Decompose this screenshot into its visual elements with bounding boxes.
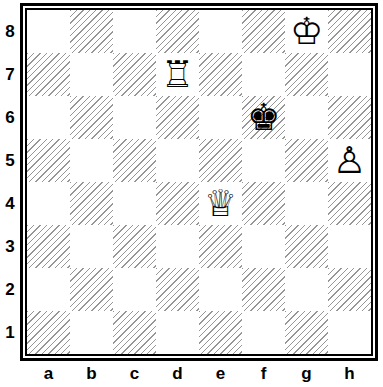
square-h8[interactable]: [328, 10, 371, 53]
square-h1[interactable]: [328, 311, 371, 354]
square-e5[interactable]: [199, 139, 242, 182]
square-g6[interactable]: [285, 96, 328, 139]
file-label-e: e: [199, 361, 242, 387]
file-labels: abcdefgh: [20, 361, 371, 387]
square-h5[interactable]: ♙: [328, 139, 371, 182]
file-label-b: b: [70, 361, 113, 387]
square-d1[interactable]: [156, 311, 199, 354]
square-g7[interactable]: [285, 53, 328, 96]
square-a7[interactable]: [27, 53, 70, 96]
file-label-h: h: [328, 361, 371, 387]
square-e6[interactable]: [199, 96, 242, 139]
square-g4[interactable]: [285, 182, 328, 225]
white-king-g8: ♔: [290, 10, 323, 53]
file-label-a: a: [27, 361, 70, 387]
square-c6[interactable]: [113, 96, 156, 139]
rank-label-1: 1: [0, 311, 20, 354]
square-f6[interactable]: ♚: [242, 96, 285, 139]
square-e7[interactable]: [199, 53, 242, 96]
square-h6[interactable]: [328, 96, 371, 139]
square-f4[interactable]: [242, 182, 285, 225]
rank-label-3: 3: [0, 225, 20, 268]
square-f3[interactable]: [242, 225, 285, 268]
board-frame: ♔♖♚♙♕: [20, 3, 378, 361]
square-a3[interactable]: [27, 225, 70, 268]
file-label-f: f: [242, 361, 285, 387]
white-queen-e4: ♕: [204, 182, 237, 225]
square-c7[interactable]: [113, 53, 156, 96]
square-d6[interactable]: [156, 96, 199, 139]
square-c1[interactable]: [113, 311, 156, 354]
rank-label-8: 8: [0, 10, 20, 53]
square-f2[interactable]: [242, 268, 285, 311]
square-b1[interactable]: [70, 311, 113, 354]
rank-label-6: 6: [0, 96, 20, 139]
square-f7[interactable]: [242, 53, 285, 96]
square-b5[interactable]: [70, 139, 113, 182]
rank-labels: 87654321: [0, 3, 20, 354]
square-a8[interactable]: [27, 10, 70, 53]
square-c5[interactable]: [113, 139, 156, 182]
square-e8[interactable]: [199, 10, 242, 53]
square-f8[interactable]: [242, 10, 285, 53]
white-rook-d7: ♖: [161, 53, 194, 96]
file-label-c: c: [113, 361, 156, 387]
square-d8[interactable]: [156, 10, 199, 53]
square-b7[interactable]: [70, 53, 113, 96]
square-c4[interactable]: [113, 182, 156, 225]
square-d2[interactable]: [156, 268, 199, 311]
square-f1[interactable]: [242, 311, 285, 354]
square-c8[interactable]: [113, 10, 156, 53]
square-h4[interactable]: [328, 182, 371, 225]
white-pawn-h5: ♙: [333, 139, 366, 182]
square-b2[interactable]: [70, 268, 113, 311]
square-c3[interactable]: [113, 225, 156, 268]
square-g3[interactable]: [285, 225, 328, 268]
square-h2[interactable]: [328, 268, 371, 311]
square-a6[interactable]: [27, 96, 70, 139]
rank-label-7: 7: [0, 53, 20, 96]
square-b3[interactable]: [70, 225, 113, 268]
square-e1[interactable]: [199, 311, 242, 354]
square-b4[interactable]: [70, 182, 113, 225]
file-label-g: g: [285, 361, 328, 387]
square-a5[interactable]: [27, 139, 70, 182]
square-g1[interactable]: [285, 311, 328, 354]
square-a2[interactable]: [27, 268, 70, 311]
square-c2[interactable]: [113, 268, 156, 311]
square-a4[interactable]: [27, 182, 70, 225]
file-label-d: d: [156, 361, 199, 387]
chess-diagram: 87654321 ♔♖♚♙♕ abcdefgh: [0, 0, 383, 387]
rank-label-2: 2: [0, 268, 20, 311]
square-g5[interactable]: [285, 139, 328, 182]
square-e2[interactable]: [199, 268, 242, 311]
square-d3[interactable]: [156, 225, 199, 268]
rank-label-5: 5: [0, 139, 20, 182]
square-f5[interactable]: [242, 139, 285, 182]
square-a1[interactable]: [27, 311, 70, 354]
black-king-f6: ♚: [247, 96, 280, 139]
square-b8[interactable]: [70, 10, 113, 53]
square-d5[interactable]: [156, 139, 199, 182]
square-h3[interactable]: [328, 225, 371, 268]
square-b6[interactable]: [70, 96, 113, 139]
square-g8[interactable]: ♔: [285, 10, 328, 53]
board-grid: ♔♖♚♙♕: [25, 8, 373, 356]
square-g2[interactable]: [285, 268, 328, 311]
square-e4[interactable]: ♕: [199, 182, 242, 225]
square-e3[interactable]: [199, 225, 242, 268]
square-h7[interactable]: [328, 53, 371, 96]
square-d7[interactable]: ♖: [156, 53, 199, 96]
square-d4[interactable]: [156, 182, 199, 225]
rank-label-4: 4: [0, 182, 20, 225]
